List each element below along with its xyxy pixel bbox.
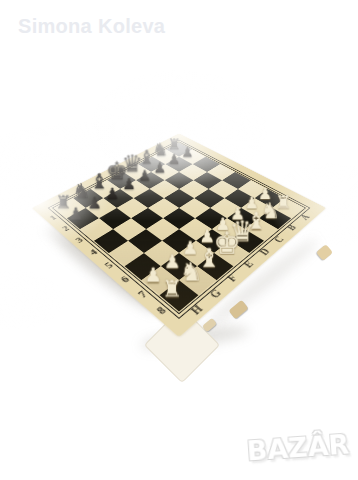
file-label: D [257, 247, 271, 257]
product-photo-page: Simona Koleva ♜♟♟♜♞♟♟♞♝♟♟♝♛♟♟♛♚♟♟♚♝♟♟♝♞♟… [0, 0, 358, 480]
file-label: H [189, 303, 205, 316]
chess-piece-black-p: ♟ [65, 206, 88, 223]
rank-label: 7 [136, 288, 149, 299]
rank-label: 5 [103, 260, 115, 269]
chess-set-photo[interactable]: ♜♟♟♜♞♟♟♞♝♟♟♝♛♟♟♛♚♟♟♚♝♟♟♝♞♟♟♞♜♟♟♜ 1234567… [0, 0, 358, 480]
rank-label: 1 [48, 214, 58, 221]
rank-label: 4 [88, 247, 99, 256]
file-label: F [226, 273, 240, 284]
file-label: G [208, 287, 224, 299]
file-label: E [242, 260, 256, 270]
chess-board: ♜♟♟♜♞♟♟♞♝♟♟♝♛♟♟♛♚♟♟♚♝♟♟♝♞♟♟♞♜♟♟♜ 1234567… [32, 133, 326, 337]
board-square-d4 [164, 189, 194, 208]
rank-label: 2 [61, 224, 71, 232]
file-label: A [298, 213, 311, 221]
chess-piece-white-r: ♜ [158, 278, 186, 301]
rank-label: 8 [155, 304, 169, 315]
file-label: B [286, 224, 299, 232]
latch-knob [316, 244, 333, 261]
file-label: C [272, 235, 286, 244]
rank-label: 6 [119, 274, 131, 284]
rank-label: 3 [74, 235, 85, 243]
